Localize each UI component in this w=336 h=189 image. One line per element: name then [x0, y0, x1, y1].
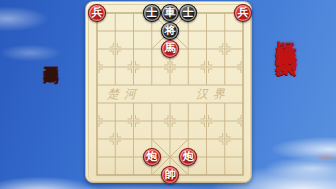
piece-red-cannon-d8[interactable]: 炮: [143, 148, 161, 166]
piece-red-cannon-f8[interactable]: 炮: [179, 148, 197, 166]
pieces-layer: 兵士車士兵将馬炮炮帥: [86, 2, 251, 182]
piece-black-general-e1[interactable]: 将: [161, 22, 179, 40]
piece-red-horse-e2[interactable]: 馬: [161, 40, 179, 58]
piece-black-advisor-d0[interactable]: 士: [143, 4, 161, 22]
piece-red-soldier-i0[interactable]: 兵: [234, 4, 252, 22]
xiangqi-board: 楚河 汉界 兵士車士兵将馬炮炮帥: [85, 1, 252, 183]
piece-red-soldier-a0[interactable]: 兵: [88, 4, 106, 22]
piece-red-general-e9[interactable]: 帥: [161, 166, 179, 184]
video-frame: 象棋刘正哥 楚河 汉界 兵士車士兵将馬炮炮帥 疑难绝妙实用: [0, 0, 336, 189]
piece-black-advisor-f0[interactable]: 士: [179, 4, 197, 22]
right-caption: 疑难绝妙实用: [276, 24, 300, 42]
piece-black-chariot-e0[interactable]: 車: [161, 4, 179, 22]
